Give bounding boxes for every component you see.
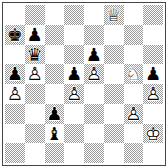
square-d1[interactable]	[64, 143, 84, 163]
square-f1[interactable]	[104, 143, 124, 163]
square-g4[interactable]	[124, 84, 144, 104]
square-d7[interactable]	[64, 25, 84, 45]
square-b7[interactable]: ♟	[25, 25, 45, 45]
square-h7[interactable]	[143, 25, 163, 45]
square-f3[interactable]	[104, 104, 124, 124]
piece-white-pawn-h4: ♟♙	[143, 84, 163, 104]
square-g6[interactable]	[124, 45, 144, 65]
piece-black-pawn-e6: ♟	[84, 45, 104, 65]
square-c3[interactable]: ♟	[45, 104, 65, 124]
piece-black-pawn-h5: ♟	[143, 64, 163, 84]
square-a2[interactable]	[5, 124, 25, 144]
square-h4[interactable]: ♟♙	[143, 84, 163, 104]
square-e6[interactable]: ♟	[84, 45, 104, 65]
square-h6[interactable]	[143, 45, 163, 65]
piece-black-queen-b6: ♛	[25, 45, 45, 65]
square-h1[interactable]	[143, 143, 163, 163]
square-e4[interactable]	[84, 84, 104, 104]
piece-white-king-h2: ♚♔	[143, 124, 163, 144]
square-a3[interactable]	[5, 104, 25, 124]
square-a8[interactable]	[5, 5, 25, 25]
square-e7[interactable]	[84, 25, 104, 45]
square-b4[interactable]	[25, 84, 45, 104]
square-h2[interactable]: ♚♔	[143, 124, 163, 144]
piece-black-king-a7: ♚	[5, 25, 25, 45]
square-g3[interactable]: ♟♙	[124, 104, 144, 124]
square-e1[interactable]	[84, 143, 104, 163]
square-a6[interactable]	[5, 45, 25, 65]
piece-black-pawn-c3: ♟	[45, 104, 65, 124]
square-c1[interactable]	[45, 143, 65, 163]
square-a1[interactable]	[5, 143, 25, 163]
square-f5[interactable]	[104, 64, 124, 84]
square-f6[interactable]	[104, 45, 124, 65]
square-c7[interactable]	[45, 25, 65, 45]
square-h8[interactable]	[143, 5, 163, 25]
square-g2[interactable]	[124, 124, 144, 144]
piece-white-knight-g5: ♞♘	[124, 64, 144, 84]
square-b6[interactable]: ♛	[25, 45, 45, 65]
square-f4[interactable]	[104, 84, 124, 104]
piece-white-pawn-g3: ♟♙	[124, 104, 144, 124]
piece-white-queen-f8: ♛♕	[104, 5, 124, 25]
piece-white-pawn-b5: ♟♙	[25, 64, 45, 84]
square-c6[interactable]	[45, 45, 65, 65]
square-c4[interactable]	[45, 84, 65, 104]
square-b2[interactable]	[25, 124, 45, 144]
square-g7[interactable]	[124, 25, 144, 45]
square-e2[interactable]	[84, 124, 104, 144]
square-e8[interactable]	[84, 5, 104, 25]
square-d2[interactable]	[64, 124, 84, 144]
square-g8[interactable]	[124, 5, 144, 25]
square-g5[interactable]: ♞♘	[124, 64, 144, 84]
piece-black-pawn-d5: ♟	[64, 64, 84, 84]
square-h5[interactable]: ♟	[143, 64, 163, 84]
square-b5[interactable]: ♟♙	[25, 64, 45, 84]
square-d5[interactable]: ♟	[64, 64, 84, 84]
square-f8[interactable]: ♛♕	[104, 5, 124, 25]
board-frame: ♛♕♚♟♛♟♟♟♙♟♟♙♞♘♟♟♙♟♙♟♙♟♟♙♝♚♔	[2, 2, 166, 166]
square-h3[interactable]	[143, 104, 163, 124]
square-c8[interactable]	[45, 5, 65, 25]
square-b8[interactable]	[25, 5, 45, 25]
square-a4[interactable]: ♟♙	[5, 84, 25, 104]
square-a5[interactable]: ♟	[5, 64, 25, 84]
square-b1[interactable]	[25, 143, 45, 163]
square-f2[interactable]	[104, 124, 124, 144]
square-a7[interactable]: ♚	[5, 25, 25, 45]
piece-black-bishop-c2: ♝	[45, 124, 65, 144]
square-f7[interactable]	[104, 25, 124, 45]
chess-board: ♛♕♚♟♛♟♟♟♙♟♟♙♞♘♟♟♙♟♙♟♙♟♟♙♝♚♔	[5, 5, 163, 163]
piece-black-pawn-a5: ♟	[5, 64, 25, 84]
square-e3[interactable]	[84, 104, 104, 124]
square-c2[interactable]: ♝	[45, 124, 65, 144]
square-d3[interactable]	[64, 104, 84, 124]
square-g1[interactable]	[124, 143, 144, 163]
piece-white-pawn-a4: ♟♙	[5, 84, 25, 104]
piece-black-pawn-b7: ♟	[25, 25, 45, 45]
square-d6[interactable]	[64, 45, 84, 65]
piece-white-pawn-e5: ♟♙	[84, 64, 104, 84]
square-b3[interactable]	[25, 104, 45, 124]
square-d8[interactable]	[64, 5, 84, 25]
square-d4[interactable]: ♟♙	[64, 84, 84, 104]
square-e5[interactable]: ♟♙	[84, 64, 104, 84]
square-c5[interactable]	[45, 64, 65, 84]
piece-white-pawn-d4: ♟♙	[64, 84, 84, 104]
